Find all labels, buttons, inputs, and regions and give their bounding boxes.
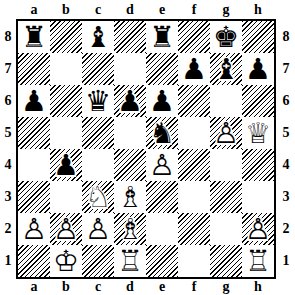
white-rook[interactable]: ♜♖ bbox=[114, 245, 146, 277]
white-knight-glyph: ♘ bbox=[82, 181, 114, 213]
square-b1[interactable]: ♚♔ bbox=[50, 245, 82, 277]
black-rook[interactable]: ♜♜ bbox=[146, 21, 178, 53]
rank-label-3: 3 bbox=[278, 181, 294, 213]
square-f5[interactable] bbox=[178, 117, 210, 149]
file-label-f: f bbox=[178, 278, 210, 295]
rank-label-2: 2 bbox=[0, 213, 16, 245]
square-c5[interactable] bbox=[82, 117, 114, 149]
rank-label-6: 6 bbox=[0, 85, 16, 117]
chess-diagram: abcdefgh abcdefgh 87654321 87654321 ♜♜♝♝… bbox=[0, 0, 295, 295]
square-d5[interactable] bbox=[114, 117, 146, 149]
square-b7[interactable] bbox=[50, 53, 82, 85]
square-h4[interactable] bbox=[242, 149, 274, 181]
white-rook-glyph: ♖ bbox=[114, 245, 146, 277]
square-b3[interactable] bbox=[50, 181, 82, 213]
black-bishop-glyph: ♝ bbox=[82, 21, 114, 53]
square-e8[interactable]: ♜♜ bbox=[146, 21, 178, 53]
black-king-glyph: ♚ bbox=[210, 21, 242, 53]
square-d6[interactable]: ♟♟ bbox=[114, 85, 146, 117]
black-rook-glyph: ♜ bbox=[18, 21, 50, 53]
square-d4[interactable] bbox=[114, 149, 146, 181]
rank-labels-right: 87654321 bbox=[278, 21, 294, 277]
square-f3[interactable] bbox=[178, 181, 210, 213]
square-c6[interactable]: ♛♛ bbox=[82, 85, 114, 117]
white-bishop[interactable]: ♝♗ bbox=[114, 213, 146, 245]
square-c2[interactable]: ♟♙ bbox=[82, 213, 114, 245]
square-d1[interactable]: ♜♖ bbox=[114, 245, 146, 277]
rank-label-7: 7 bbox=[0, 53, 16, 85]
white-queen-glyph: ♕ bbox=[242, 117, 274, 149]
file-label-h: h bbox=[242, 278, 274, 295]
black-pawn[interactable]: ♟♟ bbox=[114, 85, 146, 117]
square-a1[interactable] bbox=[18, 245, 50, 277]
square-f4[interactable] bbox=[178, 149, 210, 181]
black-pawn[interactable]: ♟♟ bbox=[242, 53, 274, 85]
file-label-g: g bbox=[210, 1, 242, 18]
rank-label-2: 2 bbox=[278, 213, 294, 245]
black-pawn[interactable]: ♟♟ bbox=[18, 85, 50, 117]
rank-label-7: 7 bbox=[278, 53, 294, 85]
white-pawn[interactable]: ♟♙ bbox=[242, 213, 274, 245]
file-labels-top: abcdefgh bbox=[18, 1, 274, 18]
square-g2[interactable] bbox=[210, 213, 242, 245]
square-a8[interactable]: ♜♜ bbox=[18, 21, 50, 53]
white-pawn-glyph: ♙ bbox=[82, 213, 114, 245]
white-rook-glyph: ♖ bbox=[242, 245, 274, 277]
square-h1[interactable]: ♜♖ bbox=[242, 245, 274, 277]
rank-label-5: 5 bbox=[278, 117, 294, 149]
rank-label-4: 4 bbox=[278, 149, 294, 181]
white-knight[interactable]: ♞♘ bbox=[82, 181, 114, 213]
rank-label-6: 6 bbox=[278, 85, 294, 117]
square-f1[interactable] bbox=[178, 245, 210, 277]
rank-labels-left: 87654321 bbox=[0, 21, 16, 277]
rank-label-8: 8 bbox=[0, 21, 16, 53]
square-d8[interactable] bbox=[114, 21, 146, 53]
black-pawn-glyph: ♟ bbox=[146, 85, 178, 117]
square-c3[interactable]: ♞♘ bbox=[82, 181, 114, 213]
white-rook[interactable]: ♜♖ bbox=[242, 245, 274, 277]
white-bishop-glyph: ♗ bbox=[114, 213, 146, 245]
white-king[interactable]: ♚♔ bbox=[50, 245, 82, 277]
rank-label-5: 5 bbox=[0, 117, 16, 149]
square-e6[interactable]: ♟♟ bbox=[146, 85, 178, 117]
square-e5[interactable]: ♞♞ bbox=[146, 117, 178, 149]
square-h5[interactable]: ♛♕ bbox=[242, 117, 274, 149]
black-pawn-glyph: ♟ bbox=[242, 53, 274, 85]
square-e3[interactable] bbox=[146, 181, 178, 213]
white-pawn-glyph: ♙ bbox=[242, 213, 274, 245]
square-g4[interactable] bbox=[210, 149, 242, 181]
black-rook-glyph: ♜ bbox=[146, 21, 178, 53]
black-pawn-glyph: ♟ bbox=[50, 149, 82, 181]
black-pawn-glyph: ♟ bbox=[178, 53, 210, 85]
white-pawn-glyph: ♙ bbox=[146, 149, 178, 181]
file-label-d: d bbox=[114, 278, 146, 295]
white-pawn-glyph: ♙ bbox=[210, 117, 242, 149]
white-king-glyph: ♔ bbox=[50, 245, 82, 277]
square-c7[interactable] bbox=[82, 53, 114, 85]
square-b4[interactable]: ♟♟ bbox=[50, 149, 82, 181]
black-rook[interactable]: ♜♜ bbox=[18, 21, 50, 53]
black-pawn[interactable]: ♟♟ bbox=[146, 85, 178, 117]
file-label-e: e bbox=[146, 1, 178, 18]
square-g7[interactable]: ♝♝ bbox=[210, 53, 242, 85]
square-b2[interactable]: ♟♙ bbox=[50, 213, 82, 245]
square-e7[interactable] bbox=[146, 53, 178, 85]
file-label-b: b bbox=[50, 278, 82, 295]
white-queen[interactable]: ♛♕ bbox=[242, 117, 274, 149]
square-f2[interactable] bbox=[178, 213, 210, 245]
square-c4[interactable] bbox=[82, 149, 114, 181]
file-label-c: c bbox=[82, 1, 114, 18]
square-g6[interactable] bbox=[210, 85, 242, 117]
square-h7[interactable]: ♟♟ bbox=[242, 53, 274, 85]
black-pawn[interactable]: ♟♟ bbox=[178, 53, 210, 85]
square-f8[interactable] bbox=[178, 21, 210, 53]
black-pawn-glyph: ♟ bbox=[18, 85, 50, 117]
black-bishop[interactable]: ♝♝ bbox=[210, 53, 242, 85]
square-g8[interactable]: ♚♚ bbox=[210, 21, 242, 53]
square-h6[interactable] bbox=[242, 85, 274, 117]
square-h8[interactable] bbox=[242, 21, 274, 53]
square-a3[interactable] bbox=[18, 181, 50, 213]
square-a4[interactable] bbox=[18, 149, 50, 181]
white-bishop[interactable]: ♝♗ bbox=[114, 181, 146, 213]
rank-label-4: 4 bbox=[0, 149, 16, 181]
file-labels-bottom: abcdefgh bbox=[18, 278, 274, 295]
file-label-b: b bbox=[50, 1, 82, 18]
square-d2[interactable]: ♝♗ bbox=[114, 213, 146, 245]
black-knight-glyph: ♞ bbox=[146, 117, 178, 149]
square-c8[interactable]: ♝♝ bbox=[82, 21, 114, 53]
square-a2[interactable]: ♟♙ bbox=[18, 213, 50, 245]
square-d7[interactable] bbox=[114, 53, 146, 85]
square-b5[interactable] bbox=[50, 117, 82, 149]
square-c1[interactable] bbox=[82, 245, 114, 277]
rank-label-8: 8 bbox=[278, 21, 294, 53]
square-e2[interactable] bbox=[146, 213, 178, 245]
square-a7[interactable] bbox=[18, 53, 50, 85]
black-pawn-glyph: ♟ bbox=[114, 85, 146, 117]
square-b8[interactable] bbox=[50, 21, 82, 53]
white-pawn[interactable]: ♟♙ bbox=[18, 213, 50, 245]
black-queen[interactable]: ♛♛ bbox=[82, 85, 114, 117]
square-a6[interactable]: ♟♟ bbox=[18, 85, 50, 117]
black-bishop-glyph: ♝ bbox=[210, 53, 242, 85]
square-h2[interactable]: ♟♙ bbox=[242, 213, 274, 245]
square-e4[interactable]: ♟♙ bbox=[146, 149, 178, 181]
black-king[interactable]: ♚♚ bbox=[210, 21, 242, 53]
rank-label-3: 3 bbox=[0, 181, 16, 213]
square-g1[interactable] bbox=[210, 245, 242, 277]
square-d3[interactable]: ♝♗ bbox=[114, 181, 146, 213]
file-label-e: e bbox=[146, 278, 178, 295]
square-f7[interactable]: ♟♟ bbox=[178, 53, 210, 85]
black-knight[interactable]: ♞♞ bbox=[146, 117, 178, 149]
white-pawn[interactable]: ♟♙ bbox=[210, 117, 242, 149]
file-label-c: c bbox=[82, 278, 114, 295]
white-bishop-glyph: ♗ bbox=[114, 181, 146, 213]
rank-label-1: 1 bbox=[0, 245, 16, 277]
black-queen-glyph: ♛ bbox=[82, 85, 114, 117]
chess-board: ♜♜♝♝♜♜♚♚♟♟♝♝♟♟♟♟♛♛♟♟♟♟♞♞♟♙♛♕♟♟♟♙♞♘♝♗♟♙♟♙… bbox=[16, 19, 276, 279]
file-label-a: a bbox=[18, 278, 50, 295]
white-pawn-glyph: ♙ bbox=[18, 213, 50, 245]
file-label-d: d bbox=[114, 1, 146, 18]
white-pawn[interactable]: ♟♙ bbox=[146, 149, 178, 181]
white-pawn-glyph: ♙ bbox=[50, 213, 82, 245]
white-pawn[interactable]: ♟♙ bbox=[82, 213, 114, 245]
square-a5[interactable] bbox=[18, 117, 50, 149]
rank-label-1: 1 bbox=[278, 245, 294, 277]
square-h3[interactable] bbox=[242, 181, 274, 213]
file-label-h: h bbox=[242, 1, 274, 18]
square-g3[interactable] bbox=[210, 181, 242, 213]
square-b6[interactable] bbox=[50, 85, 82, 117]
square-e1[interactable] bbox=[146, 245, 178, 277]
file-label-g: g bbox=[210, 278, 242, 295]
white-pawn[interactable]: ♟♙ bbox=[50, 213, 82, 245]
black-bishop[interactable]: ♝♝ bbox=[82, 21, 114, 53]
square-f6[interactable] bbox=[178, 85, 210, 117]
black-pawn[interactable]: ♟♟ bbox=[50, 149, 82, 181]
file-label-a: a bbox=[18, 1, 50, 18]
square-g5[interactable]: ♟♙ bbox=[210, 117, 242, 149]
file-label-f: f bbox=[178, 1, 210, 18]
